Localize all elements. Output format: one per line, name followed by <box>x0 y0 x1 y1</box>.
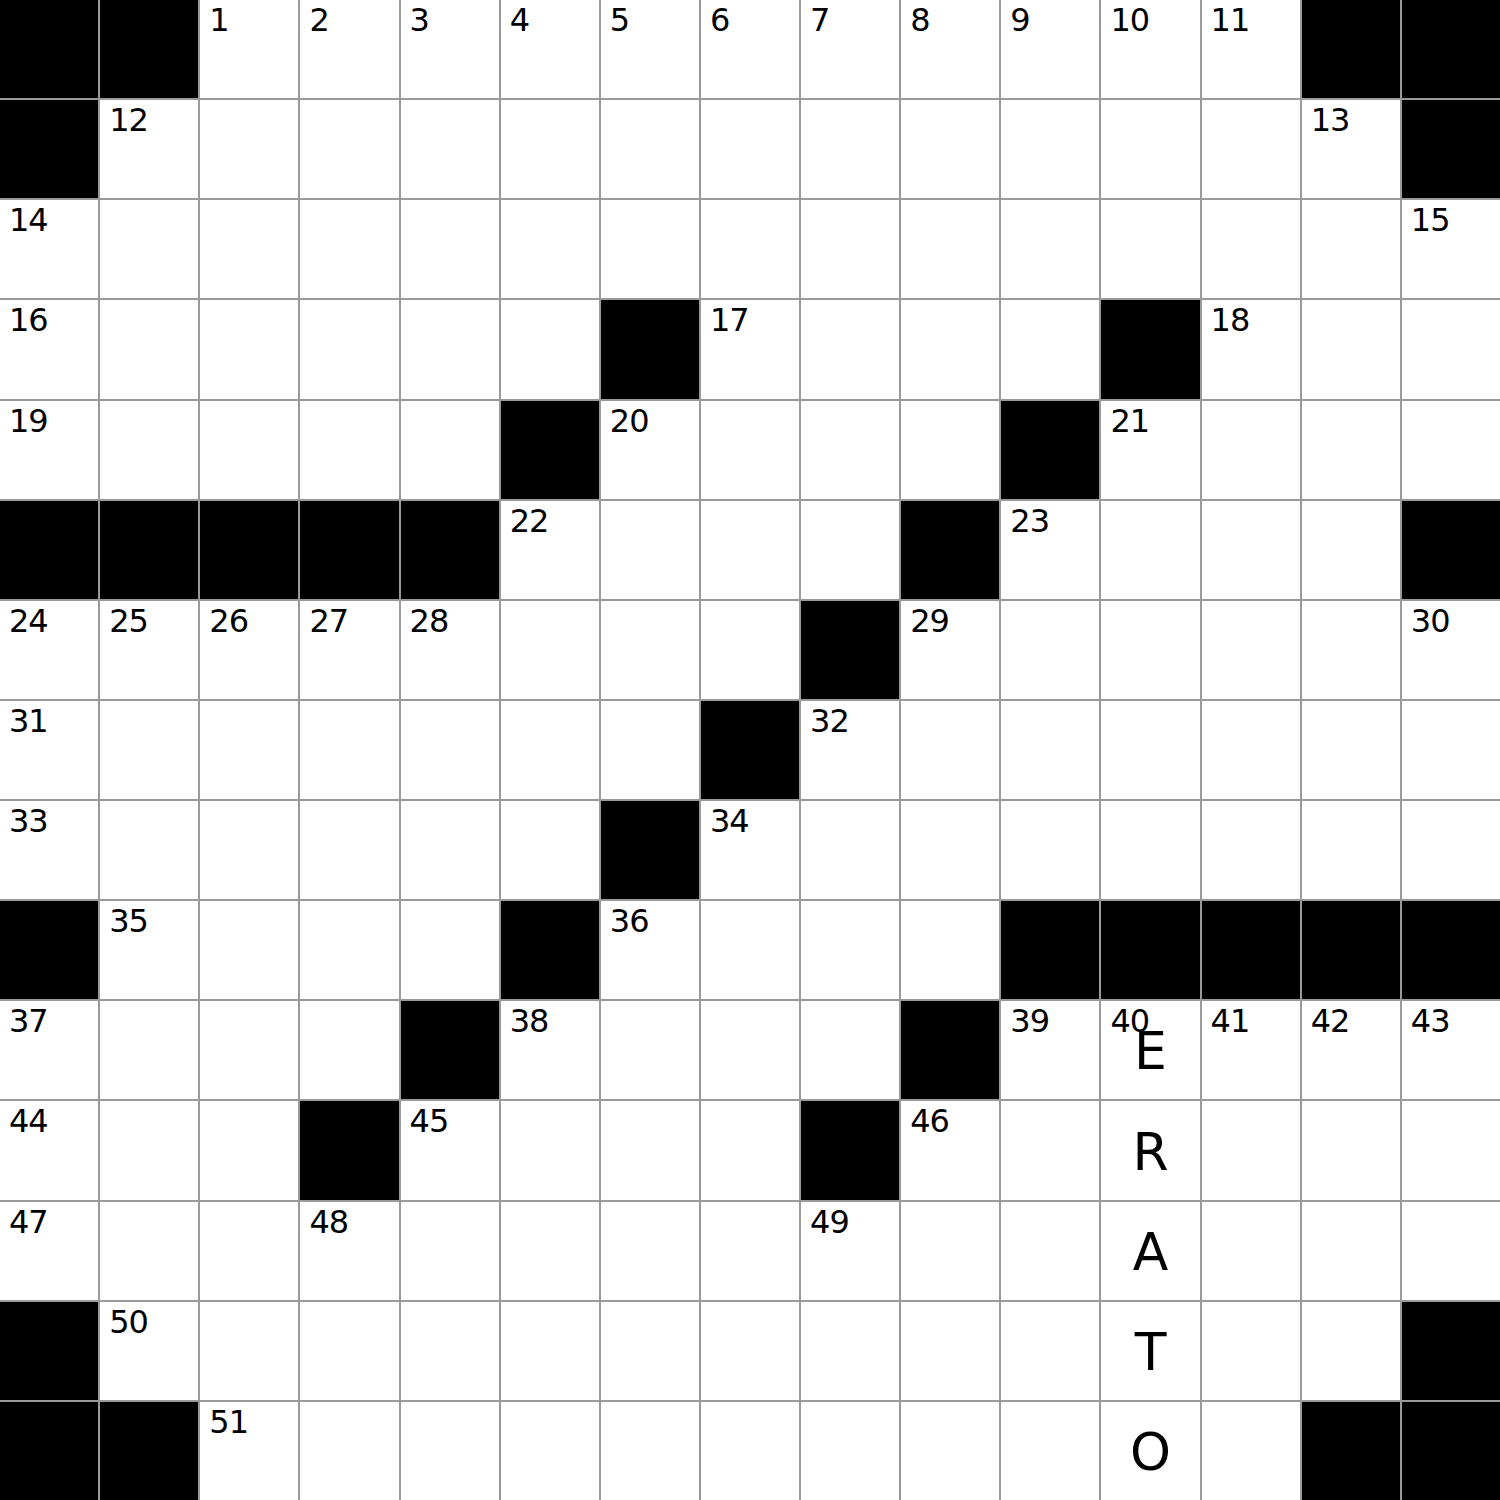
black-cell <box>1402 901 1500 999</box>
crossword-grid: 1234567891011121314151617181920212223242… <box>0 0 1500 1500</box>
white-cell[interactable] <box>1001 300 1099 398</box>
clue-number: 5 <box>610 4 629 36</box>
white-cell[interactable]: 7 <box>801 0 899 98</box>
clue-number: 11 <box>1211 4 1250 36</box>
white-cell[interactable] <box>1001 1101 1099 1199</box>
clue-number: 31 <box>9 705 48 737</box>
white-cell[interactable] <box>401 701 499 799</box>
white-cell[interactable]: 35 <box>100 901 198 999</box>
black-cell <box>100 0 198 98</box>
white-cell[interactable] <box>601 501 699 599</box>
white-cell[interactable] <box>901 1302 999 1400</box>
white-cell[interactable]: 46 <box>901 1101 999 1199</box>
white-cell[interactable] <box>1302 401 1400 499</box>
white-cell[interactable] <box>501 601 599 699</box>
white-cell[interactable]: 19 <box>0 401 98 499</box>
white-cell[interactable] <box>1202 501 1300 599</box>
clue-number: 18 <box>1211 304 1250 336</box>
white-cell[interactable] <box>801 300 899 398</box>
clue-number: 2 <box>309 4 328 36</box>
white-cell[interactable] <box>1101 601 1199 699</box>
white-cell[interactable] <box>1101 701 1199 799</box>
white-cell[interactable]: 41 <box>1202 1001 1300 1099</box>
clue-number: 38 <box>510 1005 549 1037</box>
clue-number: 6 <box>710 4 729 36</box>
clue-number: 50 <box>109 1306 148 1338</box>
white-cell[interactable] <box>601 1101 699 1199</box>
white-cell[interactable] <box>401 1202 499 1300</box>
white-cell[interactable] <box>1302 200 1400 298</box>
white-cell[interactable]: R <box>1101 1101 1199 1199</box>
clue-number: 8 <box>910 4 929 36</box>
white-cell[interactable] <box>801 100 899 198</box>
white-cell[interactable] <box>1202 100 1300 198</box>
white-cell[interactable]: 21 <box>1101 401 1199 499</box>
white-cell[interactable] <box>801 1302 899 1400</box>
white-cell[interactable] <box>1202 1202 1300 1300</box>
clue-number: 7 <box>810 4 829 36</box>
clue-number: 28 <box>410 605 449 637</box>
white-cell[interactable] <box>1001 100 1099 198</box>
black-cell <box>1302 1402 1400 1500</box>
white-cell[interactable] <box>701 200 799 298</box>
white-cell[interactable] <box>1001 1402 1099 1500</box>
white-cell[interactable] <box>401 300 499 398</box>
white-cell[interactable]: 24 <box>0 601 98 699</box>
white-cell[interactable] <box>801 200 899 298</box>
white-cell[interactable] <box>501 1202 599 1300</box>
white-cell[interactable] <box>200 300 298 398</box>
clue-number: 51 <box>209 1406 248 1438</box>
white-cell[interactable]: 28 <box>401 601 499 699</box>
clue-number: 48 <box>309 1206 348 1238</box>
white-cell[interactable] <box>300 1302 398 1400</box>
white-cell[interactable]: 11 <box>1202 0 1300 98</box>
clue-number: 41 <box>1211 1005 1250 1037</box>
white-cell[interactable] <box>1001 200 1099 298</box>
white-cell[interactable] <box>200 401 298 499</box>
white-cell[interactable] <box>300 901 398 999</box>
white-cell[interactable] <box>300 401 398 499</box>
clue-number: 22 <box>510 505 549 537</box>
white-cell[interactable] <box>1402 401 1500 499</box>
white-cell[interactable]: 12 <box>100 100 198 198</box>
white-cell[interactable] <box>1402 300 1500 398</box>
black-cell <box>1101 901 1199 999</box>
white-cell[interactable] <box>1302 1302 1400 1400</box>
white-cell[interactable]: 9 <box>1001 0 1099 98</box>
black-cell <box>401 1001 499 1099</box>
black-cell <box>1101 300 1199 398</box>
white-cell[interactable] <box>401 200 499 298</box>
white-cell[interactable]: 22 <box>501 501 599 599</box>
white-cell[interactable] <box>200 1101 298 1199</box>
clue-number: 24 <box>9 605 48 637</box>
clue-number: 10 <box>1110 4 1149 36</box>
white-cell[interactable] <box>100 300 198 398</box>
white-cell[interactable] <box>901 100 999 198</box>
clue-number: 46 <box>910 1105 949 1137</box>
white-cell[interactable] <box>501 1402 599 1500</box>
white-cell[interactable] <box>701 501 799 599</box>
white-cell[interactable] <box>901 901 999 999</box>
white-cell[interactable] <box>100 801 198 899</box>
white-cell[interactable] <box>100 1202 198 1300</box>
black-cell <box>901 1001 999 1099</box>
white-cell[interactable] <box>300 1001 398 1099</box>
white-cell[interactable] <box>1001 1302 1099 1400</box>
white-cell[interactable] <box>200 1302 298 1400</box>
white-cell[interactable] <box>100 200 198 298</box>
white-cell[interactable] <box>901 701 999 799</box>
filled-letter: E <box>1101 1001 1199 1099</box>
white-cell[interactable] <box>1202 1302 1300 1400</box>
black-cell <box>300 1101 398 1199</box>
black-cell <box>0 901 98 999</box>
filled-letter: R <box>1101 1101 1199 1199</box>
white-cell[interactable]: 31 <box>0 701 98 799</box>
white-cell[interactable] <box>601 601 699 699</box>
white-cell[interactable] <box>1202 701 1300 799</box>
clue-number: 32 <box>810 705 849 737</box>
white-cell[interactable] <box>1302 601 1400 699</box>
clue-number: 42 <box>1311 1005 1350 1037</box>
clue-number: 35 <box>109 905 148 937</box>
white-cell[interactable]: 10 <box>1101 0 1199 98</box>
black-cell <box>901 501 999 599</box>
white-cell[interactable]: 5 <box>601 0 699 98</box>
black-cell <box>601 801 699 899</box>
white-cell[interactable] <box>1202 801 1300 899</box>
white-cell[interactable] <box>401 401 499 499</box>
white-cell[interactable]: 15 <box>1402 200 1500 298</box>
white-cell[interactable]: 33 <box>0 801 98 899</box>
white-cell[interactable]: 3 <box>401 0 499 98</box>
black-cell <box>0 501 98 599</box>
black-cell <box>1202 901 1300 999</box>
clue-number: 17 <box>710 304 749 336</box>
black-cell <box>100 501 198 599</box>
white-cell[interactable] <box>1302 701 1400 799</box>
white-cell[interactable] <box>701 1402 799 1500</box>
filled-letter: T <box>1101 1302 1199 1400</box>
white-cell[interactable] <box>1101 100 1199 198</box>
white-cell[interactable] <box>801 1402 899 1500</box>
black-cell <box>401 501 499 599</box>
black-cell <box>1001 901 1099 999</box>
black-cell <box>1402 1302 1500 1400</box>
white-cell[interactable] <box>701 1001 799 1099</box>
white-cell[interactable] <box>1202 1402 1300 1500</box>
white-cell[interactable]: A <box>1101 1202 1199 1300</box>
black-cell <box>501 401 599 499</box>
white-cell[interactable]: 25 <box>100 601 198 699</box>
white-cell[interactable]: 45 <box>401 1101 499 1199</box>
clue-number: 47 <box>9 1206 48 1238</box>
white-cell[interactable]: 36 <box>601 901 699 999</box>
clue-number: 9 <box>1010 4 1029 36</box>
white-cell[interactable]: 1 <box>200 0 298 98</box>
white-cell[interactable]: 44 <box>0 1101 98 1199</box>
clue-number: 19 <box>9 405 48 437</box>
white-cell[interactable] <box>1202 601 1300 699</box>
white-cell[interactable] <box>100 1001 198 1099</box>
white-cell[interactable] <box>801 801 899 899</box>
white-cell[interactable]: 29 <box>901 601 999 699</box>
white-cell[interactable]: 48 <box>300 1202 398 1300</box>
white-cell[interactable]: 2 <box>300 0 398 98</box>
white-cell[interactable] <box>501 801 599 899</box>
white-cell[interactable] <box>801 501 899 599</box>
white-cell[interactable]: 40E <box>1101 1001 1199 1099</box>
black-cell <box>300 501 398 599</box>
white-cell[interactable] <box>801 901 899 999</box>
white-cell[interactable] <box>1302 300 1400 398</box>
clue-number: 3 <box>410 4 429 36</box>
black-cell <box>1402 0 1500 98</box>
white-cell[interactable] <box>401 901 499 999</box>
white-cell[interactable] <box>200 901 298 999</box>
clue-number: 43 <box>1411 1005 1450 1037</box>
white-cell[interactable] <box>801 401 899 499</box>
white-cell[interactable] <box>901 300 999 398</box>
white-cell[interactable] <box>200 1202 298 1300</box>
clue-number: 12 <box>109 104 148 136</box>
black-cell <box>0 1302 98 1400</box>
clue-number: 34 <box>710 805 749 837</box>
clue-number: 30 <box>1411 605 1450 637</box>
white-cell[interactable] <box>501 300 599 398</box>
white-cell[interactable]: 14 <box>0 200 98 298</box>
white-cell[interactable]: 37 <box>0 1001 98 1099</box>
clue-number: 39 <box>1010 1005 1049 1037</box>
white-cell[interactable] <box>1001 801 1099 899</box>
clue-number: 13 <box>1311 104 1350 136</box>
clue-number: 21 <box>1110 405 1149 437</box>
black-cell <box>1001 401 1099 499</box>
white-cell[interactable] <box>901 200 999 298</box>
white-cell[interactable]: 18 <box>1202 300 1300 398</box>
white-cell[interactable]: 39 <box>1001 1001 1099 1099</box>
white-cell[interactable]: 17 <box>701 300 799 398</box>
white-cell[interactable] <box>1302 1101 1400 1199</box>
white-cell[interactable] <box>401 1302 499 1400</box>
filled-letter: A <box>1101 1202 1199 1300</box>
black-cell <box>200 501 298 599</box>
white-cell[interactable] <box>701 1202 799 1300</box>
black-cell <box>0 0 98 98</box>
white-cell[interactable]: 42 <box>1302 1001 1400 1099</box>
white-cell[interactable] <box>1202 200 1300 298</box>
clue-number: 4 <box>510 4 529 36</box>
white-cell[interactable]: 50 <box>100 1302 198 1400</box>
white-cell[interactable] <box>401 1402 499 1500</box>
clue-number: 27 <box>309 605 348 637</box>
white-cell[interactable] <box>1101 200 1199 298</box>
black-cell <box>801 601 899 699</box>
white-cell[interactable] <box>1402 701 1500 799</box>
white-cell[interactable]: T <box>1101 1302 1199 1400</box>
black-cell <box>1402 501 1500 599</box>
white-cell[interactable] <box>701 401 799 499</box>
black-cell <box>1302 901 1400 999</box>
white-cell[interactable] <box>300 300 398 398</box>
white-cell[interactable] <box>401 100 499 198</box>
white-cell[interactable] <box>200 1001 298 1099</box>
clue-number: 29 <box>910 605 949 637</box>
white-cell[interactable] <box>501 701 599 799</box>
clue-number: 45 <box>410 1105 449 1137</box>
white-cell[interactable] <box>701 601 799 699</box>
clue-number: 15 <box>1411 204 1450 236</box>
white-cell[interactable]: 20 <box>601 401 699 499</box>
white-cell[interactable]: 26 <box>200 601 298 699</box>
white-cell[interactable] <box>601 1302 699 1400</box>
white-cell[interactable] <box>300 801 398 899</box>
white-cell[interactable] <box>200 200 298 298</box>
white-cell[interactable]: 32 <box>801 701 899 799</box>
white-cell[interactable] <box>1402 1101 1500 1199</box>
white-cell[interactable]: 6 <box>701 0 799 98</box>
white-cell[interactable] <box>501 100 599 198</box>
clue-number: 33 <box>9 805 48 837</box>
white-cell[interactable] <box>200 100 298 198</box>
clue-number: 1 <box>209 4 228 36</box>
white-cell[interactable]: 4 <box>501 0 599 98</box>
black-cell <box>701 701 799 799</box>
white-cell[interactable] <box>1001 1202 1099 1300</box>
clue-number: 36 <box>610 905 649 937</box>
clue-number: 49 <box>810 1206 849 1238</box>
black-cell <box>1402 1402 1500 1500</box>
clue-number: 44 <box>9 1105 48 1137</box>
white-cell[interactable]: 51 <box>200 1402 298 1500</box>
white-cell[interactable] <box>1402 801 1500 899</box>
white-cell[interactable]: 13 <box>1302 100 1400 198</box>
white-cell[interactable]: 49 <box>801 1202 899 1300</box>
black-cell <box>501 901 599 999</box>
white-cell[interactable]: 16 <box>0 300 98 398</box>
clue-number: 20 <box>610 405 649 437</box>
black-cell <box>801 1101 899 1199</box>
white-cell[interactable] <box>1101 801 1199 899</box>
white-cell[interactable] <box>601 1001 699 1099</box>
white-cell[interactable] <box>300 100 398 198</box>
white-cell[interactable]: 47 <box>0 1202 98 1300</box>
white-cell[interactable] <box>401 801 499 899</box>
white-cell[interactable] <box>501 200 599 298</box>
white-cell[interactable] <box>601 200 699 298</box>
white-cell[interactable] <box>701 1101 799 1199</box>
white-cell[interactable] <box>901 1402 999 1500</box>
black-cell <box>0 100 98 198</box>
white-cell[interactable] <box>1402 1202 1500 1300</box>
white-cell[interactable] <box>1001 601 1099 699</box>
white-cell[interactable]: 23 <box>1001 501 1099 599</box>
white-cell[interactable] <box>1302 501 1400 599</box>
clue-number: 14 <box>9 204 48 236</box>
clue-number: 23 <box>1010 505 1049 537</box>
clue-number: 37 <box>9 1005 48 1037</box>
filled-letter: O <box>1101 1402 1199 1500</box>
white-cell[interactable] <box>1202 401 1300 499</box>
white-cell[interactable] <box>200 701 298 799</box>
black-cell <box>1302 0 1400 98</box>
black-cell <box>1402 100 1500 198</box>
white-cell[interactable] <box>701 100 799 198</box>
white-cell[interactable] <box>1302 801 1400 899</box>
white-cell[interactable]: 30 <box>1402 601 1500 699</box>
white-cell[interactable] <box>901 401 999 499</box>
white-cell[interactable] <box>701 901 799 999</box>
white-cell[interactable] <box>901 1202 999 1300</box>
white-cell[interactable]: 27 <box>300 601 398 699</box>
white-cell[interactable] <box>601 701 699 799</box>
black-cell <box>0 1402 98 1500</box>
white-cell[interactable] <box>501 1302 599 1400</box>
white-cell[interactable]: 43 <box>1402 1001 1500 1099</box>
white-cell[interactable] <box>501 1101 599 1199</box>
clue-number: 26 <box>209 605 248 637</box>
white-cell[interactable] <box>300 701 398 799</box>
clue-number: 16 <box>9 304 48 336</box>
white-cell[interactable]: 8 <box>901 0 999 98</box>
white-cell[interactable] <box>1101 501 1199 599</box>
white-cell[interactable]: 34 <box>701 801 799 899</box>
white-cell[interactable] <box>901 801 999 899</box>
white-cell[interactable] <box>100 701 198 799</box>
clue-number: 25 <box>109 605 148 637</box>
black-cell <box>100 1402 198 1500</box>
white-cell[interactable] <box>601 1202 699 1300</box>
white-cell[interactable]: O <box>1101 1402 1199 1500</box>
white-cell[interactable] <box>300 1402 398 1500</box>
black-cell <box>601 300 699 398</box>
white-cell[interactable] <box>601 1402 699 1500</box>
white-cell[interactable] <box>1001 701 1099 799</box>
white-cell[interactable] <box>1202 1101 1300 1199</box>
white-cell[interactable] <box>601 100 699 198</box>
white-cell[interactable] <box>100 401 198 499</box>
white-cell[interactable] <box>1302 1202 1400 1300</box>
white-cell[interactable]: 38 <box>501 1001 599 1099</box>
white-cell[interactable] <box>701 1302 799 1400</box>
white-cell[interactable] <box>100 1101 198 1199</box>
white-cell[interactable] <box>801 1001 899 1099</box>
white-cell[interactable] <box>300 200 398 298</box>
white-cell[interactable] <box>200 801 298 899</box>
